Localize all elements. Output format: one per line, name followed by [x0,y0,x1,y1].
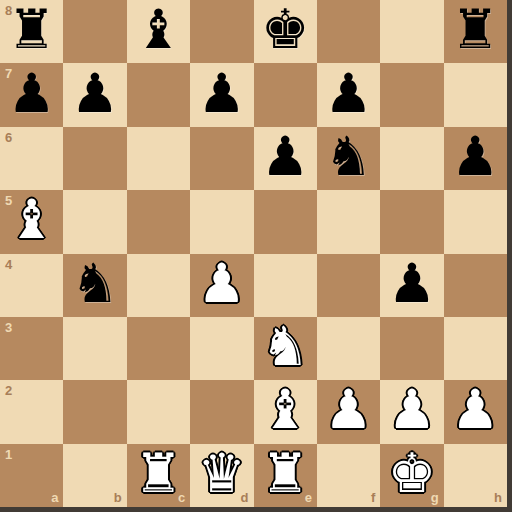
square-f4[interactable] [317,254,380,317]
square-b2[interactable] [63,380,126,443]
square-f3[interactable] [317,317,380,380]
piece-black-king[interactable]: ♚ [261,0,309,61]
piece-white-queen[interactable]: ♛ [198,444,246,505]
square-c4[interactable] [127,254,190,317]
square-a3[interactable]: 3 [0,317,63,380]
square-d8[interactable] [190,0,253,63]
piece-black-pawn[interactable]: ♟ [71,63,119,124]
piece-black-pawn[interactable]: ♟ [198,63,246,124]
square-a2[interactable]: 2 [0,380,63,443]
square-h2[interactable]: ♟ [444,380,507,443]
square-g8[interactable] [380,0,443,63]
square-c6[interactable] [127,127,190,190]
chess-board: 8♜♝♚♜7♟♟♟♟6♟♞♟5♝4♞♟♟3♞2♝♟♟♟1abc♜d♛e♜fg♚h [0,0,507,507]
square-e1[interactable]: e♜ [254,444,317,507]
square-b6[interactable] [63,127,126,190]
square-c3[interactable] [127,317,190,380]
piece-black-pawn[interactable]: ♟ [388,254,436,315]
square-e5[interactable] [254,190,317,253]
square-a1[interactable]: 1a [0,444,63,507]
square-g5[interactable] [380,190,443,253]
square-g7[interactable] [380,63,443,126]
square-d6[interactable] [190,127,253,190]
square-d2[interactable] [190,380,253,443]
square-g6[interactable] [380,127,443,190]
square-c7[interactable] [127,63,190,126]
square-h4[interactable] [444,254,507,317]
square-c5[interactable] [127,190,190,253]
piece-white-bishop[interactable]: ♝ [261,380,309,441]
square-a5[interactable]: 5♝ [0,190,63,253]
square-e2[interactable]: ♝ [254,380,317,443]
rank-label-2: 2 [5,384,12,397]
square-d5[interactable] [190,190,253,253]
piece-black-rook[interactable]: ♜ [451,0,499,61]
square-f8[interactable] [317,0,380,63]
square-f7[interactable]: ♟ [317,63,380,126]
square-c8[interactable]: ♝ [127,0,190,63]
square-e7[interactable] [254,63,317,126]
piece-black-knight[interactable]: ♞ [71,254,119,315]
piece-black-pawn[interactable]: ♟ [261,127,309,188]
square-h7[interactable] [444,63,507,126]
piece-white-king[interactable]: ♚ [388,444,436,505]
file-label-f: f [371,491,375,504]
square-d4[interactable]: ♟ [190,254,253,317]
piece-black-pawn[interactable]: ♟ [7,63,55,124]
square-c1[interactable]: c♜ [127,444,190,507]
square-b7[interactable]: ♟ [63,63,126,126]
piece-white-pawn[interactable]: ♟ [451,380,499,441]
piece-white-pawn[interactable]: ♟ [198,254,246,315]
square-f1[interactable]: f [317,444,380,507]
piece-black-knight[interactable]: ♞ [324,127,372,188]
square-e6[interactable]: ♟ [254,127,317,190]
square-b3[interactable] [63,317,126,380]
square-g4[interactable]: ♟ [380,254,443,317]
square-a6[interactable]: 6 [0,127,63,190]
square-e8[interactable]: ♚ [254,0,317,63]
file-label-b: b [114,491,122,504]
square-h8[interactable]: ♜ [444,0,507,63]
rank-label-6: 6 [5,131,12,144]
square-a8[interactable]: 8♜ [0,0,63,63]
square-b4[interactable]: ♞ [63,254,126,317]
square-b1[interactable]: b [63,444,126,507]
square-h1[interactable]: h [444,444,507,507]
square-a7[interactable]: 7♟ [0,63,63,126]
piece-black-rook[interactable]: ♜ [7,0,55,61]
square-h5[interactable] [444,190,507,253]
file-label-a: a [51,491,58,504]
square-c2[interactable] [127,380,190,443]
rank-label-1: 1 [5,448,12,461]
square-e3[interactable]: ♞ [254,317,317,380]
chess-app: 8♜♝♚♜7♟♟♟♟6♟♞♟5♝4♞♟♟3♞2♝♟♟♟1abc♜d♛e♜fg♚h [0,0,512,512]
square-g1[interactable]: g♚ [380,444,443,507]
file-label-h: h [494,491,502,504]
piece-white-rook[interactable]: ♜ [261,444,309,505]
square-f5[interactable] [317,190,380,253]
piece-white-pawn[interactable]: ♟ [388,380,436,441]
piece-white-bishop[interactable]: ♝ [7,190,55,251]
piece-black-bishop[interactable]: ♝ [134,0,182,61]
square-h6[interactable]: ♟ [444,127,507,190]
piece-white-knight[interactable]: ♞ [261,317,309,378]
square-h3[interactable] [444,317,507,380]
piece-black-pawn[interactable]: ♟ [451,127,499,188]
square-b8[interactable] [63,0,126,63]
piece-black-pawn[interactable]: ♟ [324,63,372,124]
piece-white-rook[interactable]: ♜ [134,444,182,505]
square-f6[interactable]: ♞ [317,127,380,190]
square-a4[interactable]: 4 [0,254,63,317]
rank-label-4: 4 [5,258,12,271]
square-d7[interactable]: ♟ [190,63,253,126]
square-f2[interactable]: ♟ [317,380,380,443]
square-e4[interactable] [254,254,317,317]
piece-white-pawn[interactable]: ♟ [324,380,372,441]
square-d3[interactable] [190,317,253,380]
square-b5[interactable] [63,190,126,253]
square-d1[interactable]: d♛ [190,444,253,507]
square-g3[interactable] [380,317,443,380]
rank-label-3: 3 [5,321,12,334]
square-g2[interactable]: ♟ [380,380,443,443]
